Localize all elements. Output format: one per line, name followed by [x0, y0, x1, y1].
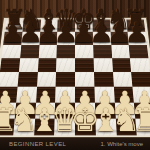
square-g8[interactable]	[109, 20, 127, 32]
square-e4[interactable]	[75, 72, 94, 87]
square-a4[interactable]	[0, 72, 19, 87]
square-b3[interactable]	[16, 87, 37, 102]
square-b4[interactable]	[17, 72, 37, 87]
square-c5[interactable]	[37, 58, 56, 72]
square-b2[interactable]	[15, 102, 36, 118]
square-f2[interactable]	[95, 102, 116, 118]
status-bar: BEGINNER LEVEL 1. White's move	[0, 137, 150, 150]
move-turn-indicator: 1. White's move	[101, 139, 144, 150]
square-d7[interactable]	[57, 32, 75, 45]
square-d6[interactable]	[57, 45, 75, 58]
square-e3[interactable]	[75, 87, 95, 102]
square-g4[interactable]	[113, 72, 133, 87]
square-h3[interactable]	[133, 87, 150, 102]
chess-board[interactable]	[0, 18, 150, 138]
square-c8[interactable]	[40, 20, 58, 32]
square-f5[interactable]	[93, 58, 112, 72]
square-f3[interactable]	[94, 87, 114, 102]
square-e8[interactable]	[75, 20, 93, 32]
square-d4[interactable]	[56, 72, 75, 87]
square-e7[interactable]	[75, 32, 93, 45]
square-f4[interactable]	[94, 72, 114, 87]
square-f7[interactable]	[93, 32, 111, 45]
square-e6[interactable]	[75, 45, 93, 58]
square-e2[interactable]	[75, 102, 95, 118]
square-g7[interactable]	[110, 32, 129, 45]
square-d3[interactable]	[55, 87, 75, 102]
square-g1[interactable]	[115, 118, 137, 135]
square-a3[interactable]	[0, 87, 17, 102]
square-a6[interactable]	[2, 45, 22, 58]
difficulty-level-label: BEGINNER LEVEL	[9, 139, 66, 150]
square-d5[interactable]	[56, 58, 75, 72]
square-b1[interactable]	[13, 118, 35, 135]
square-a5[interactable]	[0, 58, 20, 72]
square-c1[interactable]	[34, 118, 55, 135]
chess-app-window: ♜♞♝♛♚♝♞♜♟♟♟♟♟♟♟♟♟♟♟♟♟♟♟♟♜♞♝♛♚♝♞♜ BEGINNE…	[0, 0, 150, 150]
square-b5[interactable]	[19, 58, 39, 72]
square-a2[interactable]	[0, 102, 16, 118]
square-f1[interactable]	[95, 118, 116, 135]
square-h4[interactable]	[131, 72, 150, 87]
square-e5[interactable]	[75, 58, 94, 72]
square-g6[interactable]	[111, 45, 130, 58]
square-h1[interactable]	[135, 118, 150, 135]
square-d8[interactable]	[57, 20, 75, 32]
square-g5[interactable]	[112, 58, 132, 72]
square-d2[interactable]	[55, 102, 75, 118]
square-f8[interactable]	[92, 20, 110, 32]
square-f6[interactable]	[93, 45, 112, 58]
square-c7[interactable]	[39, 32, 57, 45]
square-g3[interactable]	[113, 87, 134, 102]
square-e1[interactable]	[75, 118, 96, 135]
square-a8[interactable]	[5, 20, 24, 32]
square-b7[interactable]	[21, 32, 40, 45]
square-c2[interactable]	[35, 102, 56, 118]
square-d1[interactable]	[54, 118, 75, 135]
square-h2[interactable]	[134, 102, 150, 118]
square-c6[interactable]	[38, 45, 57, 58]
square-h7[interactable]	[128, 32, 147, 45]
square-b8[interactable]	[22, 20, 40, 32]
square-c3[interactable]	[36, 87, 56, 102]
square-g2[interactable]	[114, 102, 135, 118]
square-h8[interactable]	[127, 20, 146, 32]
square-b6[interactable]	[20, 45, 39, 58]
square-a7[interactable]	[3, 32, 22, 45]
square-h6[interactable]	[129, 45, 149, 58]
square-c4[interactable]	[37, 72, 57, 87]
board-scene	[0, 0, 150, 150]
square-h5[interactable]	[130, 58, 150, 72]
